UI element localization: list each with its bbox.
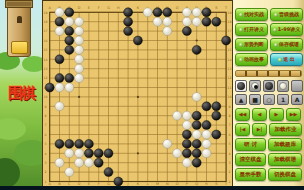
black-stone bbox=[212, 111, 221, 120]
coordinate-label: 9 bbox=[228, 105, 230, 109]
black-stone bbox=[65, 74, 74, 83]
star-point bbox=[137, 96, 139, 98]
window-bottom-edge bbox=[0, 186, 304, 190]
btn-fast-forward[interactable]: ▶▶ bbox=[286, 108, 301, 121]
coordinate-label: 4 bbox=[45, 152, 47, 156]
black-stone bbox=[55, 17, 64, 26]
btn-study[interactable]: 研 讨 bbox=[235, 138, 266, 151]
btn-clear-board[interactable]: 清空棋盘 bbox=[235, 153, 266, 166]
black-stone bbox=[212, 102, 221, 111]
btn-load-record[interactable]: 加载棋谱 bbox=[268, 153, 302, 166]
coordinate-label: 9 bbox=[45, 105, 47, 109]
white-stone bbox=[75, 36, 84, 45]
star-point bbox=[137, 152, 139, 154]
coordinate-label: A bbox=[48, 6, 51, 10]
button-icon bbox=[239, 13, 243, 17]
white-stone bbox=[202, 130, 211, 139]
btn-save-record[interactable]: 保存棋谱 bbox=[270, 38, 303, 51]
coordinate-label: 19 bbox=[227, 11, 231, 15]
coordinate-label: K bbox=[137, 6, 140, 10]
coordinate-label: 13 bbox=[44, 67, 48, 71]
btn-position-judge[interactable]: 形势判断 bbox=[235, 38, 268, 51]
coordinate-label: 1 bbox=[45, 180, 47, 184]
black-stone bbox=[202, 17, 211, 26]
black-stone-icon bbox=[237, 82, 245, 90]
btn-last-move[interactable]: ▶| bbox=[252, 123, 267, 136]
black-stone bbox=[212, 17, 221, 26]
coordinate-label: D bbox=[78, 6, 81, 10]
black-stone-icon bbox=[265, 82, 273, 90]
control-panel: 找对实战晋级挑战打开讲义1-99讲义形势判断保存棋谱动画故事退 出▲■○1A◀◀… bbox=[233, 0, 304, 186]
btn-load-homework[interactable]: 加载作业 bbox=[269, 123, 302, 136]
coordinate-label: 16 bbox=[44, 39, 48, 43]
black-stone bbox=[192, 139, 201, 148]
app-logo-text: 围棋 bbox=[0, 84, 42, 103]
white-stone bbox=[182, 17, 191, 26]
white-stone bbox=[182, 158, 191, 167]
white-stone bbox=[173, 111, 182, 120]
coordinate-label: 15 bbox=[44, 48, 48, 52]
black-stone bbox=[182, 27, 191, 36]
white-stone bbox=[192, 130, 201, 139]
white-stone bbox=[75, 149, 84, 158]
white-stone-icon bbox=[279, 82, 287, 90]
btn-forward[interactable]: ▶ bbox=[269, 108, 284, 121]
go-app-window: 围棋 AA1919BB1818CC1717DD1616EE1515FF1414G… bbox=[0, 0, 304, 190]
white-stone bbox=[75, 55, 84, 64]
coordinate-label: 2 bbox=[228, 170, 230, 174]
coordinate-label: 10 bbox=[227, 95, 231, 99]
black-stone bbox=[212, 130, 221, 139]
black-stone bbox=[192, 45, 201, 54]
coordinate-label: 7 bbox=[45, 123, 47, 127]
black-stone bbox=[55, 74, 64, 83]
white-stone bbox=[182, 8, 191, 17]
coordinate-label: 12 bbox=[44, 76, 48, 80]
white-stone bbox=[192, 8, 201, 17]
btn-exit[interactable]: 退 出 bbox=[270, 53, 303, 66]
black-stone bbox=[192, 111, 201, 120]
coordinate-label: 15 bbox=[227, 48, 231, 52]
btn-animation-story[interactable]: 动画故事 bbox=[235, 53, 268, 66]
white-stone bbox=[65, 149, 74, 158]
coordinate-label: F bbox=[98, 6, 100, 10]
white-stone bbox=[65, 168, 74, 177]
black-stone bbox=[45, 83, 54, 92]
black-stone bbox=[114, 177, 123, 186]
white-stone bbox=[153, 17, 162, 26]
white-stone bbox=[143, 8, 152, 17]
coordinate-label: 17 bbox=[227, 29, 231, 33]
black-stone bbox=[55, 139, 64, 148]
hill-decoration bbox=[0, 118, 26, 140]
button-icon bbox=[273, 28, 277, 32]
white-stone bbox=[75, 158, 84, 167]
coordinate-label: E bbox=[88, 6, 90, 10]
coordinate-label: 12 bbox=[227, 76, 231, 80]
white-stone bbox=[55, 8, 64, 17]
scene-sidebar: 围棋 bbox=[0, 0, 42, 186]
white-stone bbox=[182, 111, 191, 120]
btn-lecture-1-99[interactable]: 1-99讲义 bbox=[270, 23, 303, 36]
coordinate-label: 3 bbox=[45, 161, 47, 165]
go-board[interactable]: AA1919BB1818CC1717DD1616EE1515FF1414GG13… bbox=[42, 0, 233, 187]
white-stone bbox=[182, 121, 191, 130]
black-stone bbox=[84, 149, 93, 158]
black-stone bbox=[104, 168, 113, 177]
black-stone bbox=[202, 121, 211, 130]
black-stone bbox=[84, 139, 93, 148]
mark-number[interactable]: 1 bbox=[277, 94, 289, 105]
coordinate-label: 19 bbox=[44, 11, 48, 15]
coordinate-label: 11 bbox=[227, 86, 231, 90]
coordinate-label: 3 bbox=[228, 161, 230, 165]
coordinate-label: G bbox=[107, 6, 110, 10]
button-icon bbox=[274, 13, 278, 17]
btn-first-move[interactable]: |◀ bbox=[235, 123, 250, 136]
tool-erase[interactable] bbox=[291, 80, 303, 92]
black-stone bbox=[55, 55, 64, 64]
black-stone bbox=[104, 149, 113, 158]
btn-fast-back[interactable]: ◀◀ bbox=[235, 108, 250, 121]
tool-stone-alternate[interactable] bbox=[249, 80, 261, 92]
coordinate-label: 14 bbox=[227, 58, 231, 62]
mark-triangle[interactable]: ▲ bbox=[235, 94, 247, 105]
white-stone bbox=[75, 27, 84, 36]
mark-square[interactable]: ■ bbox=[249, 94, 261, 105]
alternate-stone-icon bbox=[251, 82, 259, 90]
white-stone bbox=[163, 27, 172, 36]
coordinate-label: 13 bbox=[227, 67, 231, 71]
white-stone bbox=[202, 149, 211, 158]
black-stone bbox=[65, 8, 74, 17]
button-icon bbox=[278, 58, 282, 62]
black-stone bbox=[153, 8, 162, 17]
hill-decoration bbox=[0, 158, 20, 186]
black-stone bbox=[124, 8, 133, 17]
coordinate-label: H bbox=[117, 6, 120, 10]
tower-window bbox=[17, 16, 22, 23]
tool-stone-white[interactable] bbox=[277, 80, 289, 92]
coordinate-label: 18 bbox=[44, 20, 48, 24]
black-stone bbox=[182, 130, 191, 139]
coordinate-label: 6 bbox=[228, 133, 230, 137]
black-stone bbox=[65, 45, 74, 54]
white-stone bbox=[192, 92, 201, 101]
coordinate-label: 6 bbox=[45, 133, 47, 137]
coordinate-label: O bbox=[176, 6, 179, 10]
black-stone bbox=[94, 158, 103, 167]
btn-level-challenge[interactable]: 晋级挑战 bbox=[270, 8, 303, 21]
coordinate-label: 1 bbox=[228, 180, 230, 184]
white-stone bbox=[163, 139, 172, 148]
btn-open-lecture[interactable]: 打开讲义 bbox=[235, 23, 268, 36]
button-icon bbox=[239, 28, 243, 32]
white-stone bbox=[55, 158, 64, 167]
black-stone bbox=[94, 149, 103, 158]
white-stone bbox=[192, 17, 201, 26]
black-stone bbox=[124, 27, 133, 36]
black-stone bbox=[124, 17, 133, 26]
black-stone bbox=[202, 102, 211, 111]
bush-decoration bbox=[22, 56, 42, 72]
black-stone bbox=[182, 139, 191, 148]
white-stone bbox=[75, 17, 84, 26]
coordinate-label: 5 bbox=[45, 142, 47, 146]
black-stone bbox=[202, 8, 211, 17]
white-stone bbox=[75, 45, 84, 54]
black-stone bbox=[65, 36, 74, 45]
tower-sign bbox=[11, 41, 28, 54]
black-stone bbox=[182, 149, 191, 158]
black-stone bbox=[65, 27, 74, 36]
tool-stone-black-active[interactable] bbox=[235, 80, 247, 92]
btn-show-numbers[interactable]: 显示手数 bbox=[235, 168, 266, 181]
mark-letter[interactable]: A bbox=[291, 94, 303, 105]
white-stone bbox=[65, 17, 74, 26]
white-stone bbox=[173, 149, 182, 158]
mark-circle[interactable]: ○ bbox=[263, 94, 275, 105]
white-stone bbox=[55, 102, 64, 111]
coordinate-label: 5 bbox=[228, 142, 230, 146]
white-stone bbox=[75, 64, 84, 73]
button-icon bbox=[274, 43, 278, 47]
coordinate-label: 4 bbox=[228, 152, 230, 156]
coordinate-label: 2 bbox=[45, 170, 47, 174]
black-stone bbox=[133, 36, 142, 45]
coordinate-label: 8 bbox=[45, 114, 47, 118]
coordinate-label: 17 bbox=[44, 29, 48, 33]
white-stone bbox=[202, 139, 211, 148]
btn-switch-board[interactable]: 切换棋盘 bbox=[268, 168, 302, 181]
white-stone bbox=[55, 27, 64, 36]
tool-stone-black[interactable] bbox=[263, 80, 275, 92]
black-stone bbox=[75, 139, 84, 148]
white-stone bbox=[84, 158, 93, 167]
star-point bbox=[78, 96, 80, 98]
btn-back[interactable]: ◀ bbox=[252, 108, 267, 121]
white-stone bbox=[75, 74, 84, 83]
coordinate-label: 8 bbox=[228, 114, 230, 118]
black-stone bbox=[163, 8, 172, 17]
black-stone bbox=[192, 158, 201, 167]
coordinate-label: 14 bbox=[44, 58, 48, 62]
black-stone bbox=[192, 149, 201, 158]
button-icon bbox=[239, 58, 243, 62]
star-point bbox=[196, 39, 198, 41]
coordinate-label: 7 bbox=[228, 123, 230, 127]
black-stone bbox=[192, 121, 201, 130]
white-stone bbox=[65, 83, 74, 92]
coordinate-label: 10 bbox=[44, 95, 48, 99]
white-stone bbox=[163, 17, 172, 26]
btn-load-problems[interactable]: 加载题库 bbox=[268, 138, 302, 151]
hill-decoration bbox=[14, 140, 42, 166]
coordinate-label: T bbox=[224, 6, 228, 10]
black-stone bbox=[222, 36, 231, 45]
button-icon bbox=[239, 43, 243, 47]
black-stone bbox=[65, 139, 74, 148]
coordinate-label: S bbox=[215, 6, 218, 10]
btn-match-play[interactable]: 找对实战 bbox=[235, 8, 268, 21]
coordinate-label: 18 bbox=[227, 20, 231, 24]
white-stone bbox=[55, 83, 64, 92]
wood-divider-ruler bbox=[235, 70, 302, 77]
